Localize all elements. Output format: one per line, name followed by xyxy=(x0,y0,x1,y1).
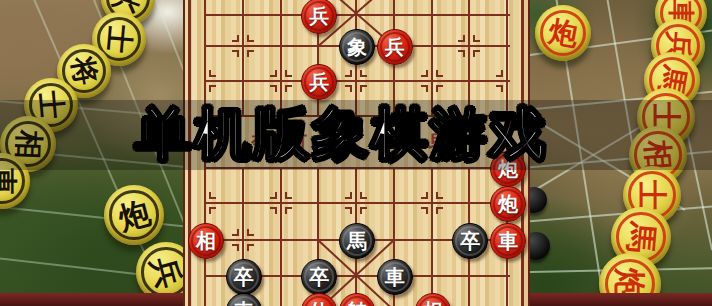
point-marker xyxy=(247,229,249,236)
board-piece-black-象[interactable]: 象 xyxy=(339,29,375,65)
point-marker xyxy=(350,85,352,92)
point-marker xyxy=(275,192,277,199)
point-marker xyxy=(247,244,249,251)
piece-character: 馬 xyxy=(347,231,367,251)
point-marker xyxy=(463,35,465,42)
board-piece-red-兵[interactable]: 兵 xyxy=(301,0,337,34)
photo-piece-character: 炮 xyxy=(546,16,580,50)
piece-character: 帥 xyxy=(347,301,367,306)
point-marker xyxy=(237,50,239,57)
point-marker xyxy=(360,207,362,214)
point-marker xyxy=(436,192,438,199)
photo-piece-character: 馬 xyxy=(624,220,658,254)
point-marker xyxy=(360,85,362,92)
point-marker xyxy=(275,207,277,214)
piece-character: 車 xyxy=(385,267,405,287)
point-marker xyxy=(426,192,428,199)
piece-character: 兵 xyxy=(309,72,329,92)
point-marker xyxy=(285,70,287,77)
board-piece-black-車[interactable]: 車 xyxy=(226,293,262,306)
point-marker xyxy=(436,85,438,92)
point-marker xyxy=(473,35,475,42)
piece-character: 仕 xyxy=(309,301,329,306)
point-marker xyxy=(360,70,362,77)
point-marker xyxy=(285,207,287,214)
point-marker xyxy=(426,85,428,92)
point-marker xyxy=(436,207,438,214)
piece-character: 車 xyxy=(498,231,518,251)
photo-piece-炮: 炮 xyxy=(104,185,164,245)
board-piece-red-兵[interactable]: 兵 xyxy=(377,29,413,65)
point-marker xyxy=(426,207,428,214)
photo-bottom-strip xyxy=(530,293,712,306)
point-marker xyxy=(209,85,211,92)
dark-piece-partial xyxy=(530,232,550,260)
point-marker xyxy=(247,35,249,42)
file-line xyxy=(280,168,282,306)
board-piece-black-車[interactable]: 車 xyxy=(377,259,413,295)
piece-character: 兵 xyxy=(309,6,329,26)
point-marker xyxy=(285,85,287,92)
point-marker xyxy=(473,50,475,57)
board-piece-black-馬[interactable]: 馬 xyxy=(339,223,375,259)
point-marker xyxy=(209,192,211,199)
point-marker xyxy=(463,50,465,57)
piece-character: 卒 xyxy=(309,267,329,287)
piece-character: 車 xyxy=(234,301,254,306)
point-marker xyxy=(237,229,239,236)
point-marker xyxy=(237,35,239,42)
piece-character: 兵 xyxy=(385,37,405,57)
point-marker xyxy=(209,70,211,77)
piece-character: 相 xyxy=(196,231,216,251)
piece-character: 卒 xyxy=(234,267,254,287)
file-line xyxy=(431,168,433,306)
point-marker xyxy=(237,244,239,251)
board-piece-red-相[interactable]: 相 xyxy=(188,223,224,259)
dark-piece-partial xyxy=(530,187,547,213)
board-piece-black-卒[interactable]: 卒 xyxy=(226,259,262,295)
point-marker xyxy=(275,70,277,77)
board-piece-black-卒[interactable]: 卒 xyxy=(301,259,337,295)
photo-bottom-strip xyxy=(0,293,183,306)
point-marker xyxy=(275,85,277,92)
piece-character: 炮 xyxy=(498,194,518,214)
photo-piece-character: 士 xyxy=(104,24,134,54)
point-marker xyxy=(209,207,211,214)
point-marker xyxy=(501,70,503,77)
point-marker xyxy=(501,85,503,92)
rank-line xyxy=(204,80,510,82)
board-piece-red-相[interactable]: 相 xyxy=(415,293,451,306)
photo-piece-character: 士 xyxy=(637,180,667,210)
point-marker xyxy=(350,192,352,199)
photo-piece-炮: 炮 xyxy=(535,5,591,61)
point-marker xyxy=(350,207,352,214)
point-marker xyxy=(360,192,362,199)
rank-line xyxy=(204,202,510,204)
point-marker xyxy=(285,192,287,199)
board-piece-red-兵[interactable]: 兵 xyxy=(301,64,337,100)
piece-character: 相 xyxy=(423,301,443,306)
board-piece-red-帥[interactable]: 帥 xyxy=(339,293,375,306)
piece-character: 卒 xyxy=(460,231,480,251)
title-banner-text: 单机版象棋游戏 xyxy=(0,103,698,165)
xiangqi-promo-screen: 兵士将士相車炮兵 楚河汉界兵象兵兵炮炮相馬卒車卒卒車車仕帥相 車炮兵馬士相士馬炮… xyxy=(0,0,712,306)
point-marker xyxy=(436,70,438,77)
photo-piece-character: 車 xyxy=(0,167,17,196)
board-piece-black-卒[interactable]: 卒 xyxy=(452,223,488,259)
photo-piece-character: 将 xyxy=(68,55,100,87)
point-marker xyxy=(247,50,249,57)
point-marker xyxy=(426,70,428,77)
board-piece-red-炮[interactable]: 炮 xyxy=(490,186,526,222)
point-marker xyxy=(350,70,352,77)
board-piece-red-車[interactable]: 車 xyxy=(490,223,526,259)
piece-character: 象 xyxy=(347,37,367,57)
